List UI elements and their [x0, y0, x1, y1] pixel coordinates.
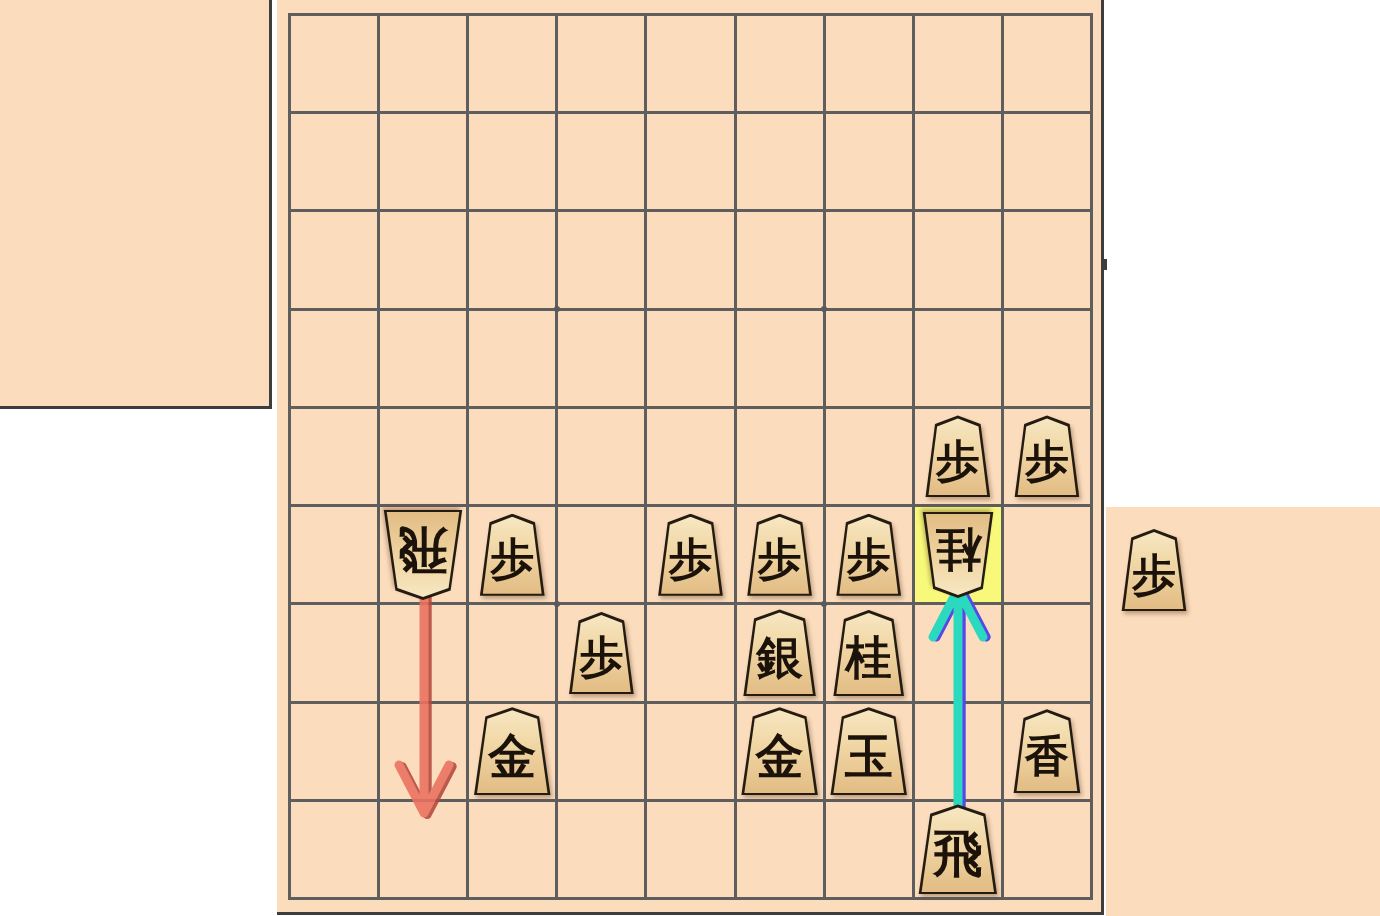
piece-kanji: 歩 — [936, 439, 980, 483]
square-95[interactable] — [291, 409, 377, 504]
sente-piece-歩-56[interactable]: 歩 — [657, 514, 723, 596]
square-68[interactable] — [558, 704, 644, 799]
sente-piece-歩-36[interactable]: 歩 — [836, 514, 902, 596]
square-11[interactable] — [1004, 16, 1090, 111]
board-panel: 歩歩飛歩歩歩歩桂歩銀桂金金玉香飛 — [277, 0, 1104, 915]
board-edge-notch — [1101, 259, 1107, 270]
gote-piece-飛-86[interactable]: 飛 — [383, 510, 463, 600]
square-99[interactable] — [291, 802, 377, 897]
square-14[interactable] — [1004, 311, 1090, 406]
gote-hand-tray — [0, 0, 272, 409]
sente-piece-歩-in-hand[interactable]: 歩 — [1121, 529, 1187, 611]
square-76[interactable]: 歩 — [469, 507, 555, 602]
square-96[interactable] — [291, 507, 377, 602]
sente-piece-歩-76[interactable]: 歩 — [479, 514, 545, 596]
square-58[interactable] — [647, 704, 733, 799]
square-27[interactable] — [915, 605, 1001, 700]
square-17[interactable] — [1004, 605, 1090, 700]
square-16[interactable] — [1004, 507, 1090, 602]
sente-piece-歩-46[interactable]: 歩 — [747, 514, 813, 596]
square-93[interactable] — [291, 212, 377, 307]
square-44[interactable] — [737, 311, 823, 406]
square-22[interactable] — [915, 114, 1001, 209]
square-77[interactable] — [469, 605, 555, 700]
square-26[interactable]: 桂 — [915, 507, 1001, 602]
square-89[interactable] — [380, 802, 466, 897]
square-86[interactable]: 飛 — [380, 507, 466, 602]
square-24[interactable] — [915, 311, 1001, 406]
square-88[interactable] — [380, 704, 466, 799]
square-79[interactable] — [469, 802, 555, 897]
sente-hand-tray: 歩 — [1106, 507, 1380, 916]
square-84[interactable] — [380, 311, 466, 406]
piece-kanji: 飛 — [398, 525, 448, 575]
square-82[interactable] — [380, 114, 466, 209]
shogi-board-grid: 歩歩飛歩歩歩歩桂歩銀桂金金玉香飛 — [288, 13, 1093, 900]
square-43[interactable] — [737, 212, 823, 307]
square-33[interactable] — [826, 212, 912, 307]
square-28[interactable] — [915, 704, 1001, 799]
square-73[interactable] — [469, 212, 555, 307]
square-85[interactable] — [380, 409, 466, 504]
square-25[interactable]: 歩 — [915, 409, 1001, 504]
square-56[interactable]: 歩 — [647, 507, 733, 602]
square-92[interactable] — [291, 114, 377, 209]
square-53[interactable] — [647, 212, 733, 307]
square-71[interactable] — [469, 16, 555, 111]
square-59[interactable] — [647, 802, 733, 897]
sente-piece-歩-67[interactable]: 歩 — [568, 612, 634, 694]
piece-kanji: 歩 — [758, 537, 802, 581]
sente-piece-銀-47[interactable]: 銀 — [743, 609, 817, 696]
sente-piece-玉-38[interactable]: 玉 — [830, 707, 908, 795]
piece-kanji: 歩 — [847, 537, 891, 581]
sente-piece-歩-25[interactable]: 歩 — [925, 415, 991, 497]
square-52[interactable] — [647, 114, 733, 209]
square-74[interactable] — [469, 311, 555, 406]
star-point — [821, 601, 827, 607]
sente-piece-香-18[interactable]: 香 — [1013, 709, 1081, 793]
piece-kanji: 銀 — [757, 634, 803, 680]
square-41[interactable] — [737, 16, 823, 111]
square-62[interactable] — [558, 114, 644, 209]
square-49[interactable] — [737, 802, 823, 897]
square-29[interactable]: 飛 — [915, 802, 1001, 897]
square-32[interactable] — [826, 114, 912, 209]
piece-kanji: 歩 — [1132, 553, 1176, 597]
square-97[interactable] — [291, 605, 377, 700]
square-91[interactable] — [291, 16, 377, 111]
square-13[interactable] — [1004, 212, 1090, 307]
square-38[interactable]: 玉 — [826, 704, 912, 799]
piece-kanji: 玉 — [845, 732, 893, 780]
square-81[interactable] — [380, 16, 466, 111]
square-48[interactable]: 金 — [737, 704, 823, 799]
star-point — [554, 306, 560, 312]
piece-kanji: 飛 — [933, 829, 983, 879]
square-57[interactable] — [647, 605, 733, 700]
square-42[interactable] — [737, 114, 823, 209]
square-94[interactable] — [291, 311, 377, 406]
square-83[interactable] — [380, 212, 466, 307]
square-78[interactable]: 金 — [469, 704, 555, 799]
square-18[interactable]: 香 — [1004, 704, 1090, 799]
square-75[interactable] — [469, 409, 555, 504]
piece-kanji: 桂 — [935, 527, 981, 573]
sente-piece-金-78[interactable]: 金 — [473, 707, 551, 795]
square-87[interactable] — [380, 605, 466, 700]
square-63[interactable] — [558, 212, 644, 307]
piece-kanji: 歩 — [1025, 439, 1069, 483]
square-34[interactable] — [826, 311, 912, 406]
sente-piece-桂-37[interactable]: 桂 — [833, 610, 905, 696]
square-39[interactable] — [826, 802, 912, 897]
square-45[interactable] — [737, 409, 823, 504]
shogi-app: 歩歩飛歩歩歩歩桂歩銀桂金金玉香飛 歩 — [0, 0, 1380, 916]
sente-piece-飛-29[interactable]: 飛 — [918, 804, 998, 894]
piece-kanji: 桂 — [846, 634, 892, 680]
piece-kanji: 香 — [1025, 734, 1069, 778]
piece-kanji: 金 — [756, 732, 804, 780]
square-61[interactable] — [558, 16, 644, 111]
square-54[interactable] — [647, 311, 733, 406]
square-65[interactable] — [558, 409, 644, 504]
square-35[interactable] — [826, 409, 912, 504]
square-55[interactable] — [647, 409, 733, 504]
square-72[interactable] — [469, 114, 555, 209]
square-47[interactable]: 銀 — [737, 605, 823, 700]
square-19[interactable] — [1004, 802, 1090, 897]
square-12[interactable] — [1004, 114, 1090, 209]
piece-kanji: 歩 — [579, 635, 623, 679]
piece-kanji: 歩 — [490, 537, 534, 581]
sente-piece-歩-15[interactable]: 歩 — [1014, 415, 1080, 497]
square-37[interactable]: 桂 — [826, 605, 912, 700]
sente-piece-金-48[interactable]: 金 — [741, 707, 819, 795]
square-36[interactable]: 歩 — [826, 507, 912, 602]
square-15[interactable]: 歩 — [1004, 409, 1090, 504]
square-31[interactable] — [826, 16, 912, 111]
square-98[interactable] — [291, 704, 377, 799]
square-66[interactable] — [558, 507, 644, 602]
gote-piece-桂-26[interactable]: 桂 — [922, 512, 994, 598]
piece-kanji: 歩 — [668, 537, 712, 581]
square-67[interactable]: 歩 — [558, 605, 644, 700]
square-21[interactable] — [915, 16, 1001, 111]
piece-kanji: 金 — [488, 732, 536, 780]
square-69[interactable] — [558, 802, 644, 897]
square-51[interactable] — [647, 16, 733, 111]
star-point — [554, 601, 560, 607]
square-23[interactable] — [915, 212, 1001, 307]
square-46[interactable]: 歩 — [737, 507, 823, 602]
square-64[interactable] — [558, 311, 644, 406]
